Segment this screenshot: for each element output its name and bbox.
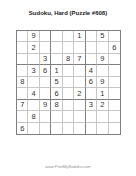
cell-r6c9[interactable] bbox=[109, 88, 120, 99]
cell-r9c1: 6 bbox=[17, 123, 28, 134]
cell-r5c3[interactable] bbox=[40, 77, 51, 88]
cell-r9c8[interactable] bbox=[97, 123, 108, 134]
cell-r9c7[interactable] bbox=[86, 123, 97, 134]
cell-r4c7: 4 bbox=[86, 65, 97, 76]
cell-r6c4: 6 bbox=[51, 88, 62, 99]
sudoku-grid: 9152638793614856946217983286 bbox=[16, 30, 121, 135]
cell-r8c5[interactable] bbox=[63, 111, 74, 122]
cell-r5c5[interactable] bbox=[63, 77, 74, 88]
cell-r5c4: 5 bbox=[51, 77, 62, 88]
cell-r9c6[interactable] bbox=[74, 123, 85, 134]
cell-r8c9[interactable] bbox=[109, 111, 120, 122]
cell-r4c3: 6 bbox=[40, 65, 51, 76]
cell-r7c4: 8 bbox=[51, 100, 62, 111]
cell-r6c5[interactable] bbox=[63, 88, 74, 99]
cell-r9c9[interactable] bbox=[109, 123, 120, 134]
cell-r9c2[interactable] bbox=[28, 123, 39, 134]
cell-r7c3: 9 bbox=[40, 100, 51, 111]
cell-r1c7[interactable] bbox=[86, 31, 97, 42]
cell-r2c2: 2 bbox=[28, 42, 39, 53]
cell-r5c8: 9 bbox=[97, 77, 108, 88]
cell-r1c2: 9 bbox=[28, 31, 39, 42]
cell-r4c5[interactable] bbox=[63, 65, 74, 76]
cell-r2c3[interactable] bbox=[40, 42, 51, 53]
cell-r8c1[interactable] bbox=[17, 111, 28, 122]
cell-r5c2[interactable] bbox=[28, 77, 39, 88]
cell-r3c7[interactable] bbox=[86, 54, 97, 65]
cell-r4c9[interactable] bbox=[109, 65, 120, 76]
cell-r4c8[interactable] bbox=[97, 65, 108, 76]
cell-r6c6: 2 bbox=[74, 88, 85, 99]
cell-r3c5: 8 bbox=[63, 54, 74, 65]
cell-r4c4: 1 bbox=[51, 65, 62, 76]
cell-r8c4[interactable] bbox=[51, 111, 62, 122]
cell-r6c3[interactable] bbox=[40, 88, 51, 99]
cell-r3c1[interactable] bbox=[17, 54, 28, 65]
cell-r3c8: 9 bbox=[97, 54, 108, 65]
cell-r7c9[interactable] bbox=[109, 100, 120, 111]
cell-r2c6[interactable] bbox=[74, 42, 85, 53]
cell-r7c8: 2 bbox=[97, 100, 108, 111]
cell-r1c9[interactable] bbox=[109, 31, 120, 42]
cell-r7c6[interactable] bbox=[74, 100, 85, 111]
cell-r1c8: 5 bbox=[97, 31, 108, 42]
page-title: Sudoku, Hard (Puzzle #608) bbox=[0, 10, 136, 16]
cell-r4c1[interactable] bbox=[17, 65, 28, 76]
cell-r8c7[interactable] bbox=[86, 111, 97, 122]
footer-url: www.PrintMySudoku.com bbox=[0, 164, 136, 169]
cell-r5c1: 8 bbox=[17, 77, 28, 88]
cell-r7c7: 3 bbox=[86, 100, 97, 111]
cell-r1c4[interactable] bbox=[51, 31, 62, 42]
cell-r3c4[interactable] bbox=[51, 54, 62, 65]
cell-r7c5[interactable] bbox=[63, 100, 74, 111]
cell-r5c7: 6 bbox=[86, 77, 97, 88]
cell-r2c8[interactable] bbox=[97, 42, 108, 53]
cell-r2c7[interactable] bbox=[86, 42, 97, 53]
cell-r1c6: 1 bbox=[74, 31, 85, 42]
cell-r2c9: 6 bbox=[109, 42, 120, 53]
cell-r6c7[interactable] bbox=[86, 88, 97, 99]
cell-r8c6[interactable] bbox=[74, 111, 85, 122]
cell-r8c2: 8 bbox=[28, 111, 39, 122]
cell-r8c3[interactable] bbox=[40, 111, 51, 122]
cell-r3c3: 3 bbox=[40, 54, 51, 65]
cell-r2c4[interactable] bbox=[51, 42, 62, 53]
cell-r3c2[interactable] bbox=[28, 54, 39, 65]
cell-r4c2: 3 bbox=[28, 65, 39, 76]
cell-r1c5[interactable] bbox=[63, 31, 74, 42]
cell-r9c3[interactable] bbox=[40, 123, 51, 134]
cell-r6c2: 4 bbox=[28, 88, 39, 99]
cell-r1c3[interactable] bbox=[40, 31, 51, 42]
cell-r1c1[interactable] bbox=[17, 31, 28, 42]
cell-r2c1[interactable] bbox=[17, 42, 28, 53]
cell-r6c8: 1 bbox=[97, 88, 108, 99]
cell-r9c4[interactable] bbox=[51, 123, 62, 134]
sudoku-page: Sudoku, Hard (Puzzle #608) 9152638793614… bbox=[0, 0, 136, 176]
cell-r9c5[interactable] bbox=[63, 123, 74, 134]
cell-r2c5[interactable] bbox=[63, 42, 74, 53]
cell-r5c6[interactable] bbox=[74, 77, 85, 88]
cell-r7c2[interactable] bbox=[28, 100, 39, 111]
cell-r3c6: 7 bbox=[74, 54, 85, 65]
cell-r5c9[interactable] bbox=[109, 77, 120, 88]
cell-r4c6[interactable] bbox=[74, 65, 85, 76]
cell-r7c1: 7 bbox=[17, 100, 28, 111]
cell-r8c8[interactable] bbox=[97, 111, 108, 122]
cell-r3c9[interactable] bbox=[109, 54, 120, 65]
cell-r6c1[interactable] bbox=[17, 88, 28, 99]
